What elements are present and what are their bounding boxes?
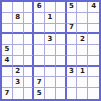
cell-r1c6[interactable] <box>56 2 67 13</box>
cell-r6c1: 4 <box>2 56 13 67</box>
cell-r4c2[interactable] <box>13 34 24 45</box>
cell-r8c6[interactable] <box>56 77 67 88</box>
cell-r4c3[interactable] <box>24 34 35 45</box>
cell-r3c8[interactable] <box>77 24 88 35</box>
cell-r4c6[interactable] <box>56 34 67 45</box>
cell-r2c3[interactable] <box>24 13 35 24</box>
cell-r6c5[interactable] <box>45 56 56 67</box>
cell-r5c6[interactable] <box>56 45 67 56</box>
cell-r5c1: 5 <box>2 45 13 56</box>
cell-r9c8[interactable] <box>77 88 88 99</box>
cell-r4c5: 3 <box>45 34 56 45</box>
cell-r8c8[interactable] <box>77 77 88 88</box>
cell-r5c9[interactable] <box>88 45 99 56</box>
cell-r1c7: 5 <box>67 2 78 13</box>
cell-r6c9[interactable] <box>88 56 99 67</box>
cell-r1c1[interactable] <box>2 2 13 13</box>
cell-r7c5[interactable] <box>45 67 56 78</box>
cell-r9c4: 5 <box>34 88 45 99</box>
cell-r3c3[interactable] <box>24 24 35 35</box>
cell-r1c4: 6 <box>34 2 45 13</box>
cell-r6c6[interactable] <box>56 56 67 67</box>
cell-r4c1[interactable] <box>2 34 13 45</box>
cell-r5c5[interactable] <box>45 45 56 56</box>
cell-r1c9: 4 <box>88 2 99 13</box>
cell-r9c9[interactable] <box>88 88 99 99</box>
cell-r8c4: 7 <box>34 77 45 88</box>
cell-r4c8: 2 <box>77 34 88 45</box>
cell-r8c5[interactable] <box>45 77 56 88</box>
cell-r2c8[interactable] <box>77 13 88 24</box>
cell-r6c7[interactable] <box>67 56 78 67</box>
cell-r3c5[interactable] <box>45 24 56 35</box>
cell-r7c1[interactable] <box>2 67 13 78</box>
cell-r8c9[interactable] <box>88 77 99 88</box>
cell-r3c9[interactable] <box>88 24 99 35</box>
cell-r7c3[interactable] <box>24 67 35 78</box>
cell-r3c2[interactable] <box>13 24 24 35</box>
cell-r7c4[interactable] <box>34 67 45 78</box>
cell-r8c3[interactable] <box>24 77 35 88</box>
cell-r6c2[interactable] <box>13 56 24 67</box>
cell-r3c1[interactable] <box>2 24 13 35</box>
cell-r5c8[interactable] <box>77 45 88 56</box>
cell-r2c7[interactable] <box>67 13 78 24</box>
cell-r3c4[interactable] <box>34 24 45 35</box>
cell-r2c9[interactable] <box>88 13 99 24</box>
cell-r3c7: 7 <box>67 24 78 35</box>
cell-r2c4[interactable] <box>34 13 45 24</box>
cell-r1c8[interactable] <box>77 2 88 13</box>
cell-r2c6[interactable] <box>56 13 67 24</box>
cell-r9c3[interactable] <box>24 88 35 99</box>
cell-r6c3[interactable] <box>24 56 35 67</box>
cell-r6c8[interactable] <box>77 56 88 67</box>
cell-r5c3[interactable] <box>24 45 35 56</box>
cell-r2c1[interactable] <box>2 13 13 24</box>
cell-r4c9[interactable] <box>88 34 99 45</box>
cell-r7c7: 3 <box>67 67 78 78</box>
cell-r9c1: 7 <box>2 88 13 99</box>
cell-r1c5[interactable] <box>45 2 56 13</box>
cell-r5c4[interactable] <box>34 45 45 56</box>
cell-r8c2: 3 <box>13 77 24 88</box>
cell-r9c6[interactable] <box>56 88 67 99</box>
cell-r3c6[interactable] <box>56 24 67 35</box>
cell-r7c2: 2 <box>13 67 24 78</box>
cell-r5c2[interactable] <box>13 45 24 56</box>
cell-r4c4[interactable] <box>34 34 45 45</box>
cell-r1c2[interactable] <box>13 2 24 13</box>
cell-r2c2: 8 <box>13 13 24 24</box>
sudoku-board: 65481732542313775 <box>0 0 101 101</box>
cell-r5c7[interactable] <box>67 45 78 56</box>
cell-r2c5: 1 <box>45 13 56 24</box>
cell-r7c9[interactable] <box>88 67 99 78</box>
cell-r6c4[interactable] <box>34 56 45 67</box>
cell-r4c7[interactable] <box>67 34 78 45</box>
cell-r1c3[interactable] <box>24 2 35 13</box>
cell-r7c8: 1 <box>77 67 88 78</box>
cell-r9c2[interactable] <box>13 88 24 99</box>
cell-r9c5[interactable] <box>45 88 56 99</box>
cell-r8c7[interactable] <box>67 77 78 88</box>
cell-r8c1[interactable] <box>2 77 13 88</box>
cell-r7c6[interactable] <box>56 67 67 78</box>
cell-r9c7[interactable] <box>67 88 78 99</box>
